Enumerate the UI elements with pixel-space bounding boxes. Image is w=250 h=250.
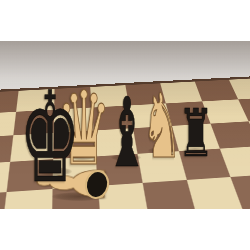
chess-photo-scene: ♚♛♝♞♜♟ bbox=[0, 0, 250, 250]
piece-black-rook: ♜ bbox=[178, 101, 214, 167]
piece-black-king: ♚ bbox=[19, 75, 81, 200]
